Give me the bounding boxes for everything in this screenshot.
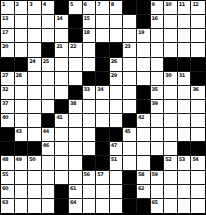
clue-number-23: 23	[124, 43, 130, 49]
cell-r13c6[interactable]	[69, 171, 83, 185]
cell-r8c10[interactable]	[123, 100, 137, 114]
cell-r7c14[interactable]	[178, 86, 192, 100]
cell-r5c7[interactable]	[83, 58, 97, 72]
cell-r9c3[interactable]	[28, 114, 42, 128]
cell-r13c4[interactable]	[42, 171, 56, 185]
block-r14c5	[55, 185, 69, 199]
cell-r9c11[interactable]: 42	[137, 114, 151, 128]
clue-number-60: 60	[2, 185, 8, 191]
cell-r9c13[interactable]	[164, 114, 178, 128]
clue-number-41: 41	[56, 114, 62, 120]
cell-r7c10[interactable]	[123, 86, 137, 100]
cell-r15c12[interactable]: 65	[151, 199, 165, 213]
clue-number-38: 38	[70, 100, 76, 106]
clue-number-64: 64	[70, 199, 76, 205]
block-r7c6	[69, 86, 83, 100]
clue-number-54: 54	[192, 156, 198, 162]
cell-r14c15[interactable]	[191, 185, 205, 199]
cell-r4c7[interactable]	[83, 43, 97, 57]
cell-r3c1[interactable]: 17	[1, 29, 15, 43]
cell-r5c4[interactable]: 25	[42, 58, 56, 72]
block-r6c8	[96, 72, 110, 86]
cell-r15c2[interactable]	[15, 199, 29, 213]
cell-r4c1[interactable]: 20	[1, 43, 15, 57]
cell-r3c11[interactable]: 19	[137, 29, 151, 43]
clue-number-1: 1	[2, 1, 5, 7]
clue-number-40: 40	[2, 114, 8, 120]
cell-r11c10[interactable]	[123, 142, 137, 156]
cell-r3c3[interactable]	[28, 29, 42, 43]
cell-r9c15[interactable]	[191, 114, 205, 128]
cell-r7c1[interactable]: 32	[1, 86, 15, 100]
clue-number-25: 25	[43, 58, 49, 64]
cell-r13c2[interactable]	[15, 171, 29, 185]
cell-r12c6[interactable]	[69, 156, 83, 170]
cell-r3c13[interactable]	[164, 29, 178, 43]
clue-number-48: 48	[2, 156, 8, 162]
cell-r4c10[interactable]: 23	[123, 43, 137, 57]
clue-number-24: 24	[29, 58, 35, 64]
cell-r4c11[interactable]	[137, 43, 151, 57]
cell-r15c13[interactable]	[164, 199, 178, 213]
cell-r14c7[interactable]	[83, 185, 97, 199]
block-r11c3	[28, 142, 42, 156]
cell-r13c7[interactable]: 56	[83, 171, 97, 185]
cell-r6c4[interactable]	[42, 72, 56, 86]
block-r10c8	[96, 128, 110, 142]
clue-number-39: 39	[152, 100, 158, 106]
clue-number-28: 28	[16, 72, 22, 78]
cell-r11c9[interactable]: 47	[110, 142, 124, 156]
cell-r1c8[interactable]: 7	[96, 1, 110, 15]
cell-r9c2[interactable]	[15, 114, 29, 128]
cell-r13c11[interactable]: 58	[137, 171, 151, 185]
block-r5c8	[96, 58, 110, 72]
cell-r2c9[interactable]	[110, 15, 124, 29]
cell-r13c15[interactable]	[191, 171, 205, 185]
cell-r14c2[interactable]	[15, 185, 29, 199]
cell-r3c9[interactable]	[110, 29, 124, 43]
cell-r10c2[interactable]: 43	[15, 128, 29, 142]
clue-number-35: 35	[152, 86, 158, 92]
block-r1c5	[55, 1, 69, 15]
block-r5c14	[178, 58, 192, 72]
cell-r13c5[interactable]	[55, 171, 69, 185]
cell-r7c8[interactable]: 34	[96, 86, 110, 100]
cell-r9c1[interactable]: 40	[1, 114, 15, 128]
block-r12c8	[96, 156, 110, 170]
cell-r12c11[interactable]	[137, 156, 151, 170]
cell-r5c12[interactable]	[151, 58, 165, 72]
cell-r12c13[interactable]: 52	[164, 156, 178, 170]
cell-r13c3[interactable]	[28, 171, 42, 185]
cell-r14c12[interactable]	[151, 185, 165, 199]
cell-r15c4[interactable]	[42, 199, 56, 213]
cell-r8c7[interactable]	[83, 100, 97, 114]
crossword-grid: 1234567891011121314151617181920212223242…	[0, 0, 206, 215]
cell-r4c2[interactable]	[15, 43, 29, 57]
cell-r11c6[interactable]	[69, 142, 83, 156]
cell-r2c2[interactable]	[15, 15, 29, 29]
cell-r14c3[interactable]	[28, 185, 42, 199]
cell-r7c7[interactable]: 33	[83, 86, 97, 100]
cell-r13c12[interactable]: 59	[151, 171, 165, 185]
cell-r8c2[interactable]	[15, 100, 29, 114]
clue-number-5: 5	[70, 1, 73, 7]
cell-r1c9[interactable]: 8	[110, 1, 124, 15]
block-r13c10	[123, 171, 137, 185]
block-r10c1	[1, 128, 15, 142]
cell-r12c9[interactable]: 51	[110, 156, 124, 170]
clue-number-47: 47	[111, 142, 117, 148]
cell-r6c12[interactable]	[151, 72, 165, 86]
clue-number-6: 6	[84, 1, 87, 7]
cell-r10c4[interactable]: 44	[42, 128, 56, 142]
cell-r6c14[interactable]: 31	[178, 72, 192, 86]
cell-r9c9[interactable]	[110, 114, 124, 128]
clue-number-51: 51	[111, 156, 117, 162]
clue-number-62: 62	[138, 185, 144, 191]
cell-r2c5[interactable]: 14	[55, 15, 69, 29]
cell-r7c13[interactable]	[164, 86, 178, 100]
cell-r2c15[interactable]	[191, 15, 205, 29]
clue-number-53: 53	[179, 156, 185, 162]
clue-number-15: 15	[84, 15, 90, 21]
cell-r10c11[interactable]	[137, 128, 151, 142]
cell-r14c14[interactable]	[178, 185, 192, 199]
cell-r1c3[interactable]: 3	[28, 1, 42, 15]
block-r14c10	[123, 185, 137, 199]
clue-number-31: 31	[179, 72, 185, 78]
cell-r15c8[interactable]	[96, 199, 110, 213]
clue-number-59: 59	[152, 171, 158, 177]
cell-r5c9[interactable]: 26	[110, 58, 124, 72]
block-r9c10	[123, 114, 137, 128]
cell-r3c10[interactable]	[123, 29, 137, 43]
cell-r9c12[interactable]	[151, 114, 165, 128]
cell-r10c7[interactable]	[83, 128, 97, 142]
cell-r1c1[interactable]: 1	[1, 1, 15, 15]
cell-r3c12[interactable]	[151, 29, 165, 43]
clue-number-45: 45	[124, 128, 130, 134]
cell-r5c6[interactable]	[69, 58, 83, 72]
clue-number-46: 46	[43, 142, 49, 148]
clue-number-14: 14	[56, 15, 62, 21]
cell-r7c4[interactable]	[42, 86, 56, 100]
cell-r4c3[interactable]	[28, 43, 42, 57]
block-r6c7	[83, 72, 97, 86]
cell-r3c8[interactable]	[96, 29, 110, 43]
clue-number-63: 63	[2, 199, 8, 205]
block-r12c12	[151, 156, 165, 170]
clue-number-33: 33	[84, 86, 90, 92]
cell-r4c6[interactable]: 22	[69, 43, 83, 57]
cell-r12c3[interactable]: 50	[28, 156, 42, 170]
cell-r13c13[interactable]	[164, 171, 178, 185]
block-r15c11	[137, 199, 151, 213]
cell-r1c7[interactable]: 6	[83, 1, 97, 15]
cell-r10c14[interactable]	[178, 128, 192, 142]
cell-r4c13[interactable]	[164, 43, 178, 57]
clue-number-19: 19	[138, 29, 144, 35]
cell-r1c2[interactable]: 2	[15, 1, 29, 15]
block-r4c8	[96, 43, 110, 57]
cell-r12c4[interactable]	[42, 156, 56, 170]
cell-r15c14[interactable]	[178, 199, 192, 213]
cell-r7c3[interactable]	[28, 86, 42, 100]
clue-number-61: 61	[70, 185, 76, 191]
cell-r5c11[interactable]	[137, 58, 151, 72]
clue-number-44: 44	[43, 128, 49, 134]
clue-number-11: 11	[179, 1, 185, 7]
cell-r13c1[interactable]: 55	[1, 171, 15, 185]
cell-r11c4[interactable]: 46	[42, 142, 56, 156]
clue-number-30: 30	[165, 72, 171, 78]
cell-r15c1[interactable]: 63	[1, 199, 15, 213]
cell-r8c12[interactable]: 39	[151, 100, 165, 114]
cell-r6c10[interactable]	[123, 72, 137, 86]
cell-r1c6[interactable]: 5	[69, 1, 83, 15]
cell-r8c9[interactable]	[110, 100, 124, 114]
block-r1c10	[123, 1, 137, 15]
block-r11c8	[96, 142, 110, 156]
block-r3c6	[69, 29, 83, 43]
cell-r14c9[interactable]	[110, 185, 124, 199]
cell-r8c1[interactable]: 37	[1, 100, 15, 114]
cell-r10c13[interactable]	[164, 128, 178, 142]
cell-r12c14[interactable]: 53	[178, 156, 192, 170]
cell-r8c15[interactable]	[191, 100, 205, 114]
cell-r2c7[interactable]: 15	[83, 15, 97, 29]
clue-number-29: 29	[111, 72, 117, 78]
clue-number-55: 55	[2, 171, 8, 177]
cell-r3c7[interactable]: 18	[83, 29, 97, 43]
block-r10c9	[110, 128, 124, 142]
cell-r14c1[interactable]: 60	[1, 185, 15, 199]
clue-number-21: 21	[56, 43, 62, 49]
clue-number-18: 18	[84, 29, 90, 35]
cell-r7c15[interactable]: 36	[191, 86, 205, 100]
cell-r4c5[interactable]: 21	[55, 43, 69, 57]
cell-r15c3[interactable]	[28, 199, 42, 213]
cell-r14c6[interactable]: 61	[69, 185, 83, 199]
block-r9c4	[42, 114, 56, 128]
cell-r6c6[interactable]	[69, 72, 83, 86]
block-r5c2	[15, 58, 29, 72]
cell-r6c3[interactable]	[28, 72, 42, 86]
block-r8c5	[55, 100, 69, 114]
cell-r14c4[interactable]	[42, 185, 56, 199]
cell-r1c15[interactable]: 12	[191, 1, 205, 15]
cell-r6c9[interactable]: 29	[110, 72, 124, 86]
cell-r7c9[interactable]	[110, 86, 124, 100]
block-r11c2	[15, 142, 29, 156]
cell-r12c5[interactable]	[55, 156, 69, 170]
cell-r10c6[interactable]	[69, 128, 83, 142]
cell-r9c6[interactable]	[69, 114, 83, 128]
cell-r13c8[interactable]: 57	[96, 171, 110, 185]
clue-number-13: 13	[2, 15, 8, 21]
cell-r2c8[interactable]	[96, 15, 110, 29]
cell-r6c13[interactable]: 30	[164, 72, 178, 86]
cell-r12c15[interactable]: 54	[191, 156, 205, 170]
cell-r10c10[interactable]: 45	[123, 128, 137, 142]
block-r2c11	[137, 15, 151, 29]
cell-r8c13[interactable]	[164, 100, 178, 114]
cell-r6c2[interactable]: 28	[15, 72, 29, 86]
cell-r10c15[interactable]	[191, 128, 205, 142]
cell-r10c12[interactable]	[151, 128, 165, 142]
cell-r12c10[interactable]	[123, 156, 137, 170]
cell-r6c5[interactable]	[55, 72, 69, 86]
cell-r8c3[interactable]	[28, 100, 42, 114]
cell-r2c14[interactable]	[178, 15, 192, 29]
cell-r5c10[interactable]	[123, 58, 137, 72]
clue-number-26: 26	[111, 58, 117, 64]
cell-r5c5[interactable]	[55, 58, 69, 72]
block-r8c11	[137, 100, 151, 114]
cell-r3c4[interactable]	[42, 29, 56, 43]
clue-number-32: 32	[2, 86, 8, 92]
clue-number-8: 8	[111, 1, 114, 7]
cell-r9c5[interactable]: 41	[55, 114, 69, 128]
cell-r6c1[interactable]: 27	[1, 72, 15, 86]
block-r5c1	[1, 58, 15, 72]
clue-number-49: 49	[16, 156, 22, 162]
cell-r2c12[interactable]: 16	[151, 15, 165, 29]
block-r11c14	[178, 142, 192, 156]
cell-r12c2[interactable]: 49	[15, 156, 29, 170]
cell-r9c8[interactable]	[96, 114, 110, 128]
clue-number-22: 22	[70, 43, 76, 49]
clue-number-20: 20	[2, 43, 8, 49]
cell-r11c12[interactable]	[151, 142, 165, 156]
clue-number-52: 52	[165, 156, 171, 162]
cell-r4c12[interactable]	[151, 43, 165, 57]
cell-r3c5[interactable]	[55, 29, 69, 43]
clue-number-34: 34	[97, 86, 103, 92]
clue-number-3: 3	[29, 1, 32, 7]
block-r6c15	[191, 72, 205, 86]
block-r7c11	[137, 86, 151, 100]
cell-r7c12[interactable]: 35	[151, 86, 165, 100]
cell-r11c5[interactable]	[55, 142, 69, 156]
clue-number-27: 27	[2, 72, 8, 78]
cell-r2c3[interactable]	[28, 15, 42, 29]
clue-number-57: 57	[97, 171, 103, 177]
clue-number-56: 56	[84, 171, 90, 177]
block-r2c6	[69, 15, 83, 29]
cell-r3c15[interactable]	[191, 29, 205, 43]
cell-r14c8[interactable]	[96, 185, 110, 199]
cell-r8c8[interactable]	[96, 100, 110, 114]
clue-number-50: 50	[29, 156, 35, 162]
cell-r14c11[interactable]: 62	[137, 185, 151, 199]
cell-r2c13[interactable]	[164, 15, 178, 29]
cell-r1c4[interactable]: 4	[42, 1, 56, 15]
cell-r11c11[interactable]	[137, 142, 151, 156]
cell-r13c9[interactable]	[110, 171, 124, 185]
clue-number-7: 7	[97, 1, 100, 7]
clue-number-37: 37	[2, 100, 8, 106]
cell-r9c7[interactable]	[83, 114, 97, 128]
clue-number-42: 42	[138, 114, 144, 120]
clue-number-12: 12	[192, 1, 198, 7]
cell-r8c14[interactable]	[178, 100, 192, 114]
clue-number-9: 9	[152, 1, 155, 7]
cell-r14c13[interactable]	[164, 185, 178, 199]
block-r4c4	[42, 43, 56, 57]
clue-number-2: 2	[16, 1, 19, 7]
cell-r2c10[interactable]	[123, 15, 137, 29]
cell-r2c4[interactable]	[42, 15, 56, 29]
cell-r12c1[interactable]: 48	[1, 156, 15, 170]
cell-r6c11[interactable]	[137, 72, 151, 86]
cell-r8c6[interactable]: 38	[69, 100, 83, 114]
clue-number-43: 43	[16, 128, 22, 134]
cell-r2c1[interactable]: 13	[1, 15, 15, 29]
cell-r1c13[interactable]: 10	[164, 1, 178, 15]
cell-r13c14[interactable]	[178, 171, 192, 185]
block-r12c7	[83, 156, 97, 170]
block-r1c11	[137, 1, 151, 15]
cell-r10c5[interactable]	[55, 128, 69, 142]
cell-r7c5[interactable]	[55, 86, 69, 100]
cell-r15c15[interactable]	[191, 199, 205, 213]
cell-r11c7[interactable]	[83, 142, 97, 156]
crossword-page: 1234567891011121314151617181920212223242…	[0, 0, 206, 215]
cell-r4c15[interactable]	[191, 43, 205, 57]
cell-r7c2[interactable]	[15, 86, 29, 100]
cell-r15c6[interactable]: 64	[69, 199, 83, 213]
block-r15c10	[123, 199, 137, 213]
cell-r15c9[interactable]	[110, 199, 124, 213]
block-r4c9	[110, 43, 124, 57]
cell-r3c14[interactable]	[178, 29, 192, 43]
clue-number-65: 65	[152, 199, 158, 205]
cell-r9c14[interactable]	[178, 114, 192, 128]
block-r5c13	[164, 58, 178, 72]
clue-number-17: 17	[2, 29, 8, 35]
cell-r1c12[interactable]: 9	[151, 1, 165, 15]
cell-r8c4[interactable]	[42, 100, 56, 114]
cell-r11c13[interactable]	[164, 142, 178, 156]
cell-r15c7[interactable]	[83, 199, 97, 213]
cell-r10c3[interactable]	[28, 128, 42, 142]
block-r5c15	[191, 58, 205, 72]
cell-r4c14[interactable]	[178, 43, 192, 57]
clue-number-10: 10	[165, 1, 171, 7]
cell-r3c2[interactable]	[15, 29, 29, 43]
cell-r5c3[interactable]: 24	[28, 58, 42, 72]
cell-r1c14[interactable]: 11	[178, 1, 192, 15]
clue-number-4: 4	[43, 1, 46, 7]
block-r11c1	[1, 142, 15, 156]
block-r15c5	[55, 199, 69, 213]
clue-number-58: 58	[138, 171, 144, 177]
clue-number-36: 36	[192, 86, 198, 92]
block-r11c15	[191, 142, 205, 156]
clue-number-16: 16	[152, 15, 158, 21]
